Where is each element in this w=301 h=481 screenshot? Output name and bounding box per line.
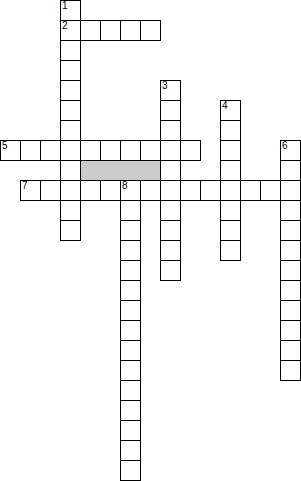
cell-r7c2[interactable]	[40, 140, 61, 161]
cell-r9c5[interactable]	[100, 180, 121, 201]
cell-r16c14[interactable]	[280, 320, 301, 341]
cell-r7c3[interactable]	[60, 140, 81, 161]
cell-r20c6[interactable]	[120, 400, 141, 421]
cell-r8c11[interactable]	[220, 160, 241, 181]
cell-r1c3[interactable]	[60, 20, 81, 41]
cell-r9c3[interactable]	[60, 180, 81, 201]
cell-r12c11[interactable]	[220, 240, 241, 261]
cell-r22c6[interactable]	[120, 440, 141, 461]
cell-r5c11[interactable]	[220, 100, 241, 121]
cell-r5c8[interactable]	[160, 100, 181, 121]
cell-r7c8[interactable]	[160, 140, 181, 161]
cell-r7c9[interactable]	[180, 140, 201, 161]
cell-r16c6[interactable]	[120, 320, 141, 341]
cell-r7c4[interactable]	[80, 140, 101, 161]
cell-r9c13[interactable]	[260, 180, 281, 201]
cell-r13c8[interactable]	[160, 260, 181, 281]
cell-r11c11[interactable]	[220, 220, 241, 241]
cell-r2c3[interactable]	[60, 40, 81, 61]
cell-r15c6[interactable]	[120, 300, 141, 321]
cell-r23c6[interactable]	[120, 460, 141, 481]
cell-r6c3[interactable]	[60, 120, 81, 141]
cell-r9c12[interactable]	[240, 180, 261, 201]
cell-r13c14[interactable]	[280, 260, 301, 281]
cell-r7c0[interactable]	[0, 140, 21, 161]
cell-r7c1[interactable]	[20, 140, 41, 161]
cell-r0c3[interactable]	[60, 0, 81, 21]
cell-r13c6[interactable]	[120, 260, 141, 281]
cell-r8c14[interactable]	[280, 160, 301, 181]
cell-r10c8[interactable]	[160, 200, 181, 221]
cell-r9c9[interactable]	[180, 180, 201, 201]
cell-r10c14[interactable]	[280, 200, 301, 221]
crossword-board: 12345678	[0, 0, 301, 481]
cell-r15c14[interactable]	[280, 300, 301, 321]
cell-r3c3[interactable]	[60, 60, 81, 81]
cell-r12c14[interactable]	[280, 240, 301, 261]
cell-r6c8[interactable]	[160, 120, 181, 141]
cell-r7c7[interactable]	[140, 140, 161, 161]
cell-r12c6[interactable]	[120, 240, 141, 261]
cell-r18c14[interactable]	[280, 360, 301, 381]
cell-r11c14[interactable]	[280, 220, 301, 241]
cell-r11c8[interactable]	[160, 220, 181, 241]
cell-r9c8[interactable]	[160, 180, 181, 201]
cell-r7c6[interactable]	[120, 140, 141, 161]
cell-r9c1[interactable]	[20, 180, 41, 201]
cell-r10c3[interactable]	[60, 200, 81, 221]
cell-r9c7[interactable]	[140, 180, 161, 201]
cell-r19c6[interactable]	[120, 380, 141, 401]
cell-r9c2[interactable]	[40, 180, 61, 201]
cell-r9c10[interactable]	[200, 180, 221, 201]
cell-r10c6[interactable]	[120, 200, 141, 221]
cell-r8c3[interactable]	[60, 160, 81, 181]
cell-r9c6[interactable]	[120, 180, 141, 201]
cell-r10c11[interactable]	[220, 200, 241, 221]
shaded-cells-r8c4[interactable]	[80, 160, 161, 181]
cell-r11c3[interactable]	[60, 220, 81, 241]
cell-r7c11[interactable]	[220, 140, 241, 161]
cell-r18c6[interactable]	[120, 360, 141, 381]
cell-r17c14[interactable]	[280, 340, 301, 361]
cell-r7c14[interactable]	[280, 140, 301, 161]
cell-r6c11[interactable]	[220, 120, 241, 141]
cell-r4c8[interactable]	[160, 80, 181, 101]
cell-r9c14[interactable]	[280, 180, 301, 201]
cell-r17c6[interactable]	[120, 340, 141, 361]
cell-r21c6[interactable]	[120, 420, 141, 441]
cell-r7c5[interactable]	[100, 140, 121, 161]
cell-r9c11[interactable]	[220, 180, 241, 201]
cell-r1c7[interactable]	[140, 20, 161, 41]
cell-r14c6[interactable]	[120, 280, 141, 301]
cell-r9c4[interactable]	[80, 180, 101, 201]
cell-r14c14[interactable]	[280, 280, 301, 301]
cell-r11c6[interactable]	[120, 220, 141, 241]
cell-r5c3[interactable]	[60, 100, 81, 121]
cell-r12c8[interactable]	[160, 240, 181, 261]
cell-r1c6[interactable]	[120, 20, 141, 41]
cell-r8c8[interactable]	[160, 160, 181, 181]
cell-r1c4[interactable]	[80, 20, 101, 41]
cell-r4c3[interactable]	[60, 80, 81, 101]
cell-r1c5[interactable]	[100, 20, 121, 41]
